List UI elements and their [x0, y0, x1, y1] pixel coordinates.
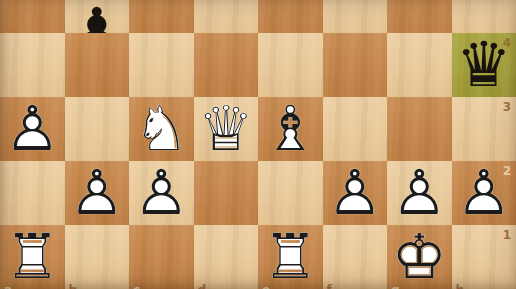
- chess-board: ♟4♛♟♙♞♘♛♕♝♗3♟♙♟♙♟♙♟♙2♟♙a♜♖bcde♜♖fg♚♔1h: [0, 0, 516, 289]
- white-king-outline-icon: ♔: [391, 226, 447, 288]
- square-f5[interactable]: [323, 0, 388, 33]
- square-a4[interactable]: [0, 33, 65, 97]
- square-b1[interactable]: b: [65, 225, 130, 289]
- file-label-b: b: [69, 283, 78, 289]
- square-h1[interactable]: 1h: [452, 225, 516, 289]
- square-g3[interactable]: [387, 97, 452, 161]
- square-a5[interactable]: [0, 0, 65, 33]
- square-a1[interactable]: a♜♖: [0, 225, 65, 289]
- square-c1[interactable]: c: [129, 225, 194, 289]
- piece-white-bishop[interactable]: ♝♗: [258, 97, 323, 161]
- square-c4[interactable]: [129, 33, 194, 97]
- square-e2[interactable]: [258, 161, 323, 225]
- piece-black-queen[interactable]: ♛: [452, 33, 516, 97]
- square-b2[interactable]: ♟♙: [65, 161, 130, 225]
- piece-white-pawn[interactable]: ♟♙: [129, 161, 194, 225]
- piece-white-pawn[interactable]: ♟♙: [65, 161, 130, 225]
- square-e3[interactable]: ♝♗: [258, 97, 323, 161]
- square-f4[interactable]: [323, 33, 388, 97]
- square-c5[interactable]: [129, 0, 194, 33]
- white-rook-outline-icon: ♖: [262, 226, 318, 288]
- piece-black-pawn[interactable]: ♟: [65, 0, 130, 33]
- square-d5[interactable]: [194, 0, 259, 33]
- file-label-d: d: [198, 283, 207, 289]
- square-d3[interactable]: ♛♕: [194, 97, 259, 161]
- square-g2[interactable]: ♟♙: [387, 161, 452, 225]
- black-queen-icon: ♛: [456, 34, 512, 96]
- square-d4[interactable]: [194, 33, 259, 97]
- white-pawn-outline-icon: ♙: [391, 162, 447, 224]
- chess-board-frame: ♟4♛♟♙♞♘♛♕♝♗3♟♙♟♙♟♙♟♙2♟♙a♜♖bcde♜♖fg♚♔1h: [0, 0, 516, 289]
- square-d2[interactable]: [194, 161, 259, 225]
- piece-white-pawn[interactable]: ♟♙: [323, 161, 388, 225]
- rank-label-1: 1: [503, 228, 511, 242]
- square-g5[interactable]: [387, 0, 452, 33]
- piece-white-knight[interactable]: ♞♘: [129, 97, 194, 161]
- white-pawn-outline-icon: ♙: [4, 98, 60, 160]
- square-b5[interactable]: ♟: [65, 0, 130, 33]
- piece-white-king[interactable]: ♚♔: [387, 225, 452, 289]
- square-e1[interactable]: e♜♖: [258, 225, 323, 289]
- piece-white-queen[interactable]: ♛♕: [194, 97, 259, 161]
- piece-white-pawn[interactable]: ♟♙: [387, 161, 452, 225]
- square-a2[interactable]: [0, 161, 65, 225]
- white-bishop-outline-icon: ♗: [262, 98, 318, 160]
- white-pawn-outline-icon: ♙: [133, 162, 189, 224]
- file-label-c: c: [133, 283, 140, 289]
- square-b3[interactable]: [65, 97, 130, 161]
- piece-white-rook[interactable]: ♜♖: [258, 225, 323, 289]
- square-c2[interactable]: ♟♙: [129, 161, 194, 225]
- square-a3[interactable]: ♟♙: [0, 97, 65, 161]
- square-f3[interactable]: [323, 97, 388, 161]
- square-b4[interactable]: [65, 33, 130, 97]
- square-e4[interactable]: [258, 33, 323, 97]
- square-h4[interactable]: 4♛: [452, 33, 516, 97]
- piece-white-pawn[interactable]: ♟♙: [0, 97, 65, 161]
- white-pawn-outline-icon: ♙: [69, 162, 125, 224]
- white-pawn-outline-icon: ♙: [327, 162, 383, 224]
- file-label-f: f: [327, 283, 332, 289]
- square-d1[interactable]: d: [194, 225, 259, 289]
- square-h3[interactable]: 3: [452, 97, 516, 161]
- square-g4[interactable]: [387, 33, 452, 97]
- white-queen-outline-icon: ♕: [198, 98, 254, 160]
- rank-label-3: 3: [503, 100, 511, 114]
- white-pawn-outline-icon: ♙: [456, 162, 512, 224]
- white-rook-outline-icon: ♖: [4, 226, 60, 288]
- square-c3[interactable]: ♞♘: [129, 97, 194, 161]
- square-f1[interactable]: f: [323, 225, 388, 289]
- square-g1[interactable]: g♚♔: [387, 225, 452, 289]
- square-h2[interactable]: 2♟♙: [452, 161, 516, 225]
- file-label-h: h: [456, 283, 465, 289]
- piece-white-rook[interactable]: ♜♖: [0, 225, 65, 289]
- piece-white-pawn[interactable]: ♟♙: [452, 161, 516, 225]
- square-f2[interactable]: ♟♙: [323, 161, 388, 225]
- square-e5[interactable]: [258, 0, 323, 33]
- white-knight-outline-icon: ♘: [133, 98, 189, 160]
